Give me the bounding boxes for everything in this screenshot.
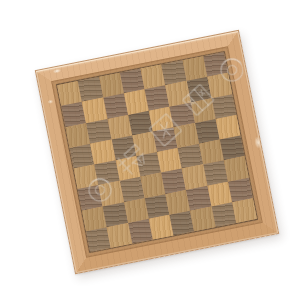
photo-background: 摄图网 <box>0 0 308 300</box>
board-inner-bevel <box>51 46 263 258</box>
watermark-text: 摄图网 <box>0 0 1 1</box>
chessboard <box>35 30 279 274</box>
board-grid <box>56 51 258 253</box>
square-h1 <box>232 198 257 223</box>
board-frame <box>35 30 279 274</box>
